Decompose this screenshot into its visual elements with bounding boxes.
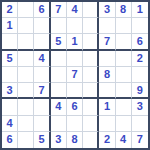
cell-r9c1-given[interactable]: 6 (2, 132, 18, 148)
cell-r1c9-given[interactable]: 1 (132, 2, 148, 18)
cell-r2c2-empty[interactable] (18, 18, 34, 34)
cell-r6c9-given[interactable]: 9 (132, 83, 148, 99)
cell-r8c8-empty[interactable] (116, 116, 132, 132)
cell-r2c1-given[interactable]: 1 (2, 18, 18, 34)
cell-r9c2-empty[interactable] (18, 132, 34, 148)
cell-r4c5-empty[interactable] (67, 51, 83, 67)
cell-r3c5-given[interactable]: 1 (67, 34, 83, 50)
cell-r7c4-given[interactable]: 4 (51, 99, 67, 115)
cell-r5c5-given[interactable]: 7 (67, 67, 83, 83)
cell-r6c6-empty[interactable] (83, 83, 99, 99)
cell-r1c7-given[interactable]: 3 (99, 2, 115, 18)
cell-r5c8-empty[interactable] (116, 67, 132, 83)
cell-r8c7-empty[interactable] (99, 116, 115, 132)
cell-r7c7-given[interactable]: 1 (99, 99, 115, 115)
cell-r3c9-given[interactable]: 6 (132, 34, 148, 50)
cell-r3c4-given[interactable]: 5 (51, 34, 67, 50)
cell-r1c1-given[interactable]: 2 (2, 2, 18, 18)
cell-r6c1-given[interactable]: 3 (2, 83, 18, 99)
cell-r6c4-empty[interactable] (51, 83, 67, 99)
cell-r4c9-given[interactable]: 2 (132, 51, 148, 67)
cell-r4c2-empty[interactable] (18, 51, 34, 67)
cell-r7c1-empty[interactable] (2, 99, 18, 115)
cell-r1c5-given[interactable]: 4 (67, 2, 83, 18)
cell-r1c2-empty[interactable] (18, 2, 34, 18)
cell-r6c8-empty[interactable] (116, 83, 132, 99)
cell-r5c4-empty[interactable] (51, 67, 67, 83)
cell-r5c3-empty[interactable] (34, 67, 50, 83)
cell-r3c7-given[interactable]: 7 (99, 34, 115, 50)
cell-r4c6-empty[interactable] (83, 51, 99, 67)
cell-r9c3-given[interactable]: 5 (34, 132, 50, 148)
cell-r7c8-empty[interactable] (116, 99, 132, 115)
cell-r4c8-empty[interactable] (116, 51, 132, 67)
sudoku-board: 26743811517654278379461346538247 (0, 0, 150, 150)
cell-r5c6-empty[interactable] (83, 67, 99, 83)
cell-r1c6-empty[interactable] (83, 2, 99, 18)
cell-r9c7-given[interactable]: 2 (99, 132, 115, 148)
cell-r6c3-given[interactable]: 7 (34, 83, 50, 99)
cell-r2c3-empty[interactable] (34, 18, 50, 34)
cell-r2c7-empty[interactable] (99, 18, 115, 34)
cell-r5c7-given[interactable]: 8 (99, 67, 115, 83)
cell-r3c3-empty[interactable] (34, 34, 50, 50)
cell-r5c1-empty[interactable] (2, 67, 18, 83)
cell-r8c1-given[interactable]: 4 (2, 116, 18, 132)
cell-r2c4-empty[interactable] (51, 18, 67, 34)
cell-r2c5-empty[interactable] (67, 18, 83, 34)
cell-r2c9-empty[interactable] (132, 18, 148, 34)
cell-r1c4-given[interactable]: 7 (51, 2, 67, 18)
cell-r3c6-empty[interactable] (83, 34, 99, 50)
cell-r6c7-empty[interactable] (99, 83, 115, 99)
cell-r8c4-empty[interactable] (51, 116, 67, 132)
cell-r2c6-empty[interactable] (83, 18, 99, 34)
cell-r3c8-empty[interactable] (116, 34, 132, 50)
cell-r4c1-given[interactable]: 5 (2, 51, 18, 67)
cell-r9c6-empty[interactable] (83, 132, 99, 148)
cell-r7c5-given[interactable]: 6 (67, 99, 83, 115)
cell-r9c9-given[interactable]: 7 (132, 132, 148, 148)
cell-r5c9-empty[interactable] (132, 67, 148, 83)
cell-r6c2-empty[interactable] (18, 83, 34, 99)
cell-r2c8-empty[interactable] (116, 18, 132, 34)
cell-r4c3-given[interactable]: 4 (34, 51, 50, 67)
cell-r3c2-empty[interactable] (18, 34, 34, 50)
cell-r7c2-empty[interactable] (18, 99, 34, 115)
cell-r7c6-empty[interactable] (83, 99, 99, 115)
cell-r1c3-given[interactable]: 6 (34, 2, 50, 18)
cell-r8c3-empty[interactable] (34, 116, 50, 132)
cell-r3c1-empty[interactable] (2, 34, 18, 50)
cell-r1c8-given[interactable]: 8 (116, 2, 132, 18)
cell-r8c9-empty[interactable] (132, 116, 148, 132)
cell-r4c7-empty[interactable] (99, 51, 115, 67)
cell-r8c2-empty[interactable] (18, 116, 34, 132)
cell-r7c9-given[interactable]: 3 (132, 99, 148, 115)
cell-r9c8-given[interactable]: 4 (116, 132, 132, 148)
cell-r8c6-empty[interactable] (83, 116, 99, 132)
cell-r9c4-given[interactable]: 3 (51, 132, 67, 148)
cell-r6c5-empty[interactable] (67, 83, 83, 99)
cell-r8c5-empty[interactable] (67, 116, 83, 132)
cell-r9c5-given[interactable]: 8 (67, 132, 83, 148)
cell-r4c4-empty[interactable] (51, 51, 67, 67)
cell-r5c2-empty[interactable] (18, 67, 34, 83)
cell-r7c3-empty[interactable] (34, 99, 50, 115)
